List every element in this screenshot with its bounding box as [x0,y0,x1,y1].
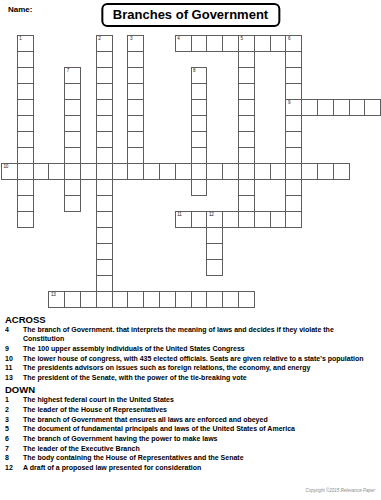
crossword-cell[interactable]: 11 [175,211,192,228]
crossword-cell[interactable] [17,163,34,180]
clue-item-text: The presidents advisors on issues such a… [23,363,310,372]
clue-item-number: 6 [5,434,23,443]
crossword-cell[interactable]: 7 [64,67,81,84]
copyright-watermark: Copyright ©2015 Relevance Paper [305,488,375,493]
crossword-cell[interactable] [80,291,97,308]
crossword-cell[interactable]: 4 [175,35,192,52]
clue-item-text: A draft of a proposed law presented for … [23,463,201,472]
clue-item: 11The presidents advisors on issues such… [5,363,378,372]
crossword-cell[interactable] [191,211,208,228]
crossword-cell[interactable] [349,99,366,116]
clue-item-text: The branch of Government that ensures al… [23,415,268,424]
clue-number: 7 [67,68,69,73]
crossword-cell[interactable] [17,195,34,212]
crossword-cell[interactable] [206,227,223,244]
crossword-cell[interactable] [64,99,81,116]
crossword-cell[interactable] [17,115,34,132]
crossword-cell[interactable] [333,163,350,180]
crossword-cell[interactable] [96,83,113,100]
clue-item-text: The president of the Senate, with the po… [23,373,247,382]
crossword-worksheet: { "game": "crossword", "header": { "name… [0,0,381,500]
down-heading: DOWN [5,384,378,395]
clue-item: 3The branch of Government that ensures a… [5,415,378,424]
crossword-cell[interactable]: 3 [127,35,144,52]
crossword-cell[interactable] [96,259,113,276]
crossword-cell[interactable] [96,179,113,196]
crossword-cell[interactable] [238,211,255,228]
crossword-cell[interactable] [206,291,223,308]
crossword-cell[interactable] [143,291,160,308]
crossword-cell[interactable] [96,131,113,148]
crossword-cell[interactable] [96,195,113,212]
crossword-cell[interactable] [96,51,113,68]
clue-item-number: 7 [5,444,23,453]
crossword-cell[interactable] [191,131,208,148]
crossword-cell[interactable] [238,67,255,84]
crossword-cell[interactable] [270,35,287,52]
clue-item-number: 8 [5,453,23,462]
crossword-cell[interactable]: 8 [191,67,208,84]
across-heading: ACROSS [5,314,378,325]
clue-item-text: The highest federal court in the United … [23,395,174,404]
crossword-cell[interactable] [127,51,144,68]
crossword-cell[interactable] [191,83,208,100]
crossword-cell[interactable] [238,83,255,100]
clue-number: 8 [193,68,195,73]
crossword-cell[interactable] [96,243,113,260]
crossword-cell[interactable] [285,131,302,148]
crossword-cell[interactable] [17,83,34,100]
clue-item: 6The branch of Government having the pow… [5,434,378,443]
crossword-cell[interactable] [48,163,65,180]
crossword-cell[interactable]: 12 [206,211,223,228]
crossword-cell[interactable] [191,115,208,132]
crossword-cell[interactable] [64,115,81,132]
crossword-cell[interactable] [285,179,302,196]
crossword-cell[interactable] [33,163,50,180]
crossword-cell[interactable] [96,99,113,116]
crossword-cell[interactable] [191,179,208,196]
crossword-cell[interactable] [206,243,223,260]
crossword-cell[interactable] [17,99,34,116]
crossword-cell[interactable] [17,51,34,68]
crossword-cell[interactable] [285,163,302,180]
clue-number: 3 [130,36,132,41]
crossword-cell[interactable] [364,99,381,116]
crossword-cell[interactable]: 5 [238,35,255,52]
clue-item-number: 9 [5,344,23,353]
crossword-cell[interactable] [238,115,255,132]
crossword-cell[interactable] [64,147,81,164]
clue-number: 1 [19,36,21,41]
crossword-cell[interactable] [206,35,223,52]
crossword-cell[interactable]: 2 [96,35,113,52]
crossword-cell[interactable] [159,163,176,180]
clue-item-text: The leader of the House of Representativ… [23,405,167,414]
crossword-cell[interactable] [333,99,350,116]
crossword-cell[interactable] [96,163,113,180]
crossword-cell[interactable] [127,291,144,308]
crossword-cell[interactable] [285,83,302,100]
clue-number: 12 [209,212,214,217]
crossword-cell[interactable] [96,275,113,292]
clue-item-number: 10 [5,354,23,363]
down-section: DOWN 1The highest federal court in the U… [5,384,378,472]
crossword-cell[interactable] [64,131,81,148]
crossword-cell[interactable]: 9 [285,99,302,116]
crossword-cell[interactable] [191,163,208,180]
crossword-cell[interactable] [317,163,334,180]
clue-item-number: 11 [5,363,23,372]
across-section: ACROSS 4The branch of Government. that i… [5,314,378,382]
clue-item-text: The leader of the Executive Branch [23,444,140,453]
crossword-cell[interactable] [127,83,144,100]
crossword-cell[interactable] [127,147,144,164]
crossword-cell[interactable] [64,163,81,180]
clue-item: 2The leader of the House of Representati… [5,405,378,414]
crossword-cell[interactable] [222,35,239,52]
clue-item-number: 3 [5,415,23,424]
crossword-cell[interactable] [127,99,144,116]
crossword-cell[interactable] [17,179,34,196]
clue-item: 12A draft of a proposed law presented fo… [5,463,378,472]
crossword-cell[interactable] [238,51,255,68]
clue-item-number: 4 [5,325,23,343]
crossword-cell[interactable] [17,211,34,228]
crossword-cell[interactable] [270,163,287,180]
crossword-cell[interactable] [238,195,255,212]
crossword-cell[interactable] [64,83,81,100]
clue-item-number: 12 [5,463,23,472]
clue-item-text: The lower house of congress, with 435 el… [23,354,364,363]
across-clue-list: 4The branch of Government. that interpre… [5,325,378,382]
crossword-cell[interactable] [206,163,223,180]
clue-item: 13The president of the Senate, with the … [5,373,378,382]
crossword-cell[interactable]: 6 [285,35,302,52]
clue-number: 10 [4,164,9,169]
crossword-cell[interactable]: 10 [1,163,18,180]
clue-item-number: 5 [5,424,23,433]
crossword-cell[interactable] [175,291,192,308]
clue-number: 13 [51,292,56,297]
crossword-cell[interactable] [64,291,81,308]
crossword-cell[interactable] [285,115,302,132]
down-clue-list: 1The highest federal court in the United… [5,395,378,472]
clue-item-text: The branch of Government. that interpret… [23,325,368,343]
crossword-cell[interactable] [270,211,287,228]
crossword-cell[interactable] [96,67,113,84]
crossword-cell[interactable] [238,291,255,308]
crossword-cell[interactable] [222,163,239,180]
crossword-cell[interactable] [191,291,208,308]
crossword-cell[interactable] [80,163,97,180]
crossword-cell[interactable] [96,227,113,244]
crossword-cell[interactable] [285,147,302,164]
crossword-cell[interactable] [254,163,271,180]
crossword-cell[interactable] [96,291,113,308]
crossword-cell[interactable] [64,179,81,196]
crossword-cell[interactable] [285,67,302,84]
crossword-grid: 12345678910111213 [0,0,381,310]
crossword-cell[interactable] [285,51,302,68]
crossword-cell[interactable] [17,67,34,84]
crossword-cell[interactable] [143,163,160,180]
clue-item: 10The lower house of congress, with 435 … [5,354,378,363]
crossword-cell[interactable] [96,147,113,164]
clue-number: 5 [241,36,243,41]
crossword-cell[interactable] [127,163,144,180]
crossword-cell[interactable] [191,147,208,164]
clue-item-text: The 100 upper assembly individuals of th… [23,344,245,353]
clue-number: 4 [177,36,179,41]
clue-number: 6 [288,36,290,41]
clue-number: 11 [177,212,181,217]
crossword-cell[interactable] [238,131,255,148]
crossword-cell[interactable] [17,131,34,148]
crossword-cell[interactable] [175,163,192,180]
clue-item: 7The leader of the Executive Branch [5,444,378,453]
crossword-cell[interactable] [206,259,223,276]
crossword-cell[interactable] [127,131,144,148]
clue-item: 8The body containing the House of Repres… [5,453,378,462]
crossword-cell[interactable] [96,211,113,228]
crossword-cell[interactable]: 1 [17,35,34,52]
crossword-cell[interactable] [127,67,144,84]
clue-item-number: 1 [5,395,23,404]
clue-number: 2 [98,36,100,41]
clues-panel: ACROSS 4The branch of Government. that i… [5,314,378,473]
clue-item-text: The document of fundamental principals a… [23,424,295,433]
crossword-cell[interactable] [191,35,208,52]
crossword-cell[interactable] [222,291,239,308]
crossword-cell[interactable] [238,147,255,164]
crossword-cell[interactable] [254,211,271,228]
crossword-cell[interactable] [254,35,271,52]
crossword-cell[interactable] [64,195,81,212]
clue-item-number: 2 [5,405,23,414]
clue-item: 1The highest federal court in the United… [5,395,378,404]
crossword-cell[interactable] [191,99,208,116]
crossword-cell[interactable] [301,99,318,116]
crossword-cell[interactable] [238,179,255,196]
crossword-cell[interactable] [159,291,176,308]
crossword-cell[interactable] [238,163,255,180]
crossword-cell[interactable]: 13 [48,291,65,308]
crossword-cell[interactable] [317,99,334,116]
crossword-cell[interactable] [112,163,129,180]
crossword-cell[interactable] [17,147,34,164]
clue-item: 4The branch of Government. that interpre… [5,325,378,343]
clue-item: 5The document of fundamental principals … [5,424,378,433]
crossword-cell[interactable] [112,291,129,308]
crossword-cell[interactable] [127,115,144,132]
clue-item-number: 13 [5,373,23,382]
crossword-cell[interactable] [238,99,255,116]
clue-item-text: The branch of Government having the powe… [23,434,217,443]
clue-item-text: The body containing the House of Represe… [23,453,244,462]
crossword-cell[interactable] [96,115,113,132]
crossword-cell[interactable] [285,195,302,212]
crossword-cell[interactable] [301,163,318,180]
crossword-cell[interactable] [222,211,239,228]
crossword-cell[interactable] [285,211,302,228]
clue-item: 9The 100 upper assembly individuals of t… [5,344,378,353]
clue-number: 9 [288,100,290,105]
